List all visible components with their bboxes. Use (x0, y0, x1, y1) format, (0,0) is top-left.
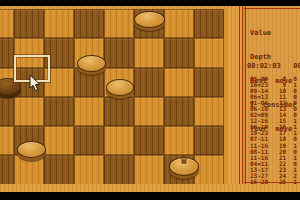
board-square-c2-r4[interactable] (44, 97, 74, 126)
board-frame-bottom (0, 184, 300, 192)
board-square-c2-r6[interactable] (44, 155, 74, 184)
panel-pinstripe (245, 6, 246, 184)
checker-disc (77, 55, 106, 72)
checker-disc (106, 79, 134, 96)
board-square-c5-r5[interactable] (134, 126, 164, 155)
frame-pinstripe (242, 6, 243, 192)
checker-disc (134, 11, 165, 28)
panel-rule (244, 182, 300, 183)
checker-light-man[interactable] (106, 79, 134, 96)
checker-disc (17, 141, 46, 158)
board-square-c3-r6[interactable] (74, 155, 104, 184)
board-square-c1-r1[interactable] (14, 9, 44, 38)
board-frame-right (227, 6, 244, 192)
frame-pinstripe (239, 6, 240, 192)
checkers-game-screen: ♛ Value Depth Best move I consider Your … (0, 0, 300, 200)
label-value: Value (250, 29, 296, 37)
board-square-c7-r4[interactable] (194, 97, 224, 126)
board-square-c7-r5[interactable] (194, 126, 224, 155)
board-square-c4-r1[interactable] (104, 9, 134, 38)
board-square-c3-r1[interactable] (74, 9, 104, 38)
checker-light-man[interactable] (134, 11, 165, 28)
board-square-c5-r4[interactable] (134, 97, 164, 126)
board-square-c4-r4[interactable] (104, 97, 134, 126)
info-panel: Value Depth Best move I consider Your mo… (244, 6, 300, 184)
screen-border-top (0, 0, 300, 6)
checker-light-man[interactable] (77, 55, 106, 72)
board-square-c3-r5[interactable] (74, 126, 104, 155)
board-square-c5-r2[interactable] (134, 38, 164, 67)
checkers-board: ♛ (0, 0, 227, 200)
label-depth: Depth (250, 53, 296, 61)
board-square-c1-r6[interactable] (14, 155, 44, 184)
board-square-c6-r4[interactable] (164, 97, 194, 126)
board-square-c4-r2[interactable] (104, 38, 134, 67)
board-square-c2-r5[interactable] (44, 126, 74, 155)
board-square-c0-r2[interactable] (0, 38, 14, 67)
board-square-c4-r6[interactable] (104, 155, 134, 184)
board-square-c1-r4[interactable] (14, 97, 44, 126)
board-square-c7-r1[interactable] (194, 9, 224, 38)
panel-rule (244, 8, 300, 9)
board-square-c7-r3[interactable] (194, 68, 224, 97)
board-square-c2-r1[interactable] (44, 9, 74, 38)
board-square-c7-r2[interactable] (194, 38, 224, 67)
mouse-pointer-icon (29, 75, 41, 96)
board-square-c6-r2[interactable] (164, 38, 194, 67)
board-square-c5-r3[interactable] (134, 68, 164, 97)
board-square-c3-r4[interactable] (74, 97, 104, 126)
board-square-c6-r5[interactable] (164, 126, 194, 155)
screen-border-bottom (0, 192, 300, 200)
move-list: 05-09 8 016=23 9 109-14 10 006=13 11 001… (250, 76, 297, 184)
game-clocks: 00:02:03 00 (247, 62, 300, 70)
board-square-c0-r6[interactable] (0, 155, 14, 184)
board-square-c0-r5[interactable] (0, 126, 14, 155)
board-square-c4-r5[interactable] (104, 126, 134, 155)
checker-light-king[interactable]: ♛ (169, 157, 199, 176)
board-square-c6-r1[interactable] (164, 9, 194, 38)
board-square-c0-r1[interactable] (0, 9, 14, 38)
board-square-c0-r4[interactable] (0, 97, 14, 126)
checker-light-man[interactable] (17, 141, 46, 158)
king-crown-icon: ♛ (169, 154, 199, 168)
board-square-c6-r3[interactable] (164, 68, 194, 97)
board-square-c5-r6[interactable] (134, 155, 164, 184)
